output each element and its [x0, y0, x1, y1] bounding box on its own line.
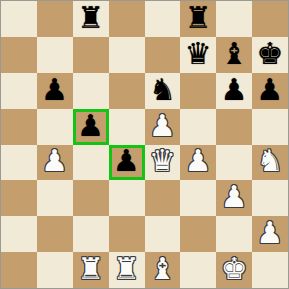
- black-rook[interactable]: ♜: [185, 3, 212, 33]
- square-g5[interactable]: [216, 109, 252, 145]
- black-bishop[interactable]: ♝: [221, 39, 248, 69]
- square-d7[interactable]: [109, 37, 145, 73]
- square-a6[interactable]: [1, 73, 37, 109]
- square-e7[interactable]: [145, 37, 181, 73]
- square-g8[interactable]: [216, 1, 252, 37]
- square-a1[interactable]: [1, 252, 37, 288]
- white-rook[interactable]: ♜: [77, 254, 104, 284]
- square-a8[interactable]: [1, 1, 37, 37]
- square-h1[interactable]: [252, 252, 288, 288]
- square-b4[interactable]: ♟: [37, 145, 73, 181]
- square-e1[interactable]: ♝: [145, 252, 181, 288]
- square-g6[interactable]: ♟: [216, 73, 252, 109]
- square-f8[interactable]: ♜: [180, 1, 216, 37]
- square-f3[interactable]: [180, 180, 216, 216]
- square-a5[interactable]: [1, 109, 37, 145]
- square-h7[interactable]: ♚: [252, 37, 288, 73]
- square-b8[interactable]: [37, 1, 73, 37]
- square-f1[interactable]: [180, 252, 216, 288]
- square-a7[interactable]: [1, 37, 37, 73]
- square-h4[interactable]: ♞: [252, 145, 288, 181]
- square-h3[interactable]: [252, 180, 288, 216]
- square-e2[interactable]: [145, 216, 181, 252]
- square-b7[interactable]: [37, 37, 73, 73]
- square-c8[interactable]: ♜: [73, 1, 109, 37]
- black-pawn[interactable]: ♟: [221, 75, 248, 105]
- white-pawn[interactable]: ♟: [149, 111, 176, 141]
- white-pawn[interactable]: ♟: [41, 146, 68, 176]
- chess-board: ♜♜♛♝♚♟♞♟♟♟♟♟♟♛♟♞♟♟♜♜♝♚: [1, 1, 288, 288]
- square-c2[interactable]: [73, 216, 109, 252]
- square-c5[interactable]: ♟: [73, 109, 109, 145]
- square-h5[interactable]: [252, 109, 288, 145]
- square-c4[interactable]: [73, 145, 109, 181]
- square-a4[interactable]: [1, 145, 37, 181]
- square-c1[interactable]: ♜: [73, 252, 109, 288]
- square-b1[interactable]: [37, 252, 73, 288]
- square-e6[interactable]: ♞: [145, 73, 181, 109]
- white-pawn[interactable]: ♟: [257, 218, 284, 248]
- square-g7[interactable]: ♝: [216, 37, 252, 73]
- square-f2[interactable]: [180, 216, 216, 252]
- black-pawn[interactable]: ♟: [77, 111, 104, 141]
- square-c7[interactable]: [73, 37, 109, 73]
- square-g4[interactable]: [216, 145, 252, 181]
- square-h6[interactable]: ♟: [252, 73, 288, 109]
- square-c3[interactable]: [73, 180, 109, 216]
- square-g3[interactable]: ♟: [216, 180, 252, 216]
- square-g2[interactable]: [216, 216, 252, 252]
- square-g1[interactable]: ♚: [216, 252, 252, 288]
- square-d3[interactable]: [109, 180, 145, 216]
- white-king[interactable]: ♚: [221, 254, 248, 284]
- square-d6[interactable]: [109, 73, 145, 109]
- square-f6[interactable]: [180, 73, 216, 109]
- square-b5[interactable]: [37, 109, 73, 145]
- square-b3[interactable]: [37, 180, 73, 216]
- black-king[interactable]: ♚: [257, 39, 284, 69]
- white-rook[interactable]: ♜: [113, 254, 140, 284]
- square-d2[interactable]: [109, 216, 145, 252]
- square-d5[interactable]: [109, 109, 145, 145]
- white-bishop[interactable]: ♝: [149, 254, 176, 284]
- square-a2[interactable]: [1, 216, 37, 252]
- white-pawn[interactable]: ♟: [221, 182, 248, 212]
- square-f5[interactable]: [180, 109, 216, 145]
- square-f7[interactable]: ♛: [180, 37, 216, 73]
- square-d1[interactable]: ♜: [109, 252, 145, 288]
- square-e8[interactable]: [145, 1, 181, 37]
- black-pawn[interactable]: ♟: [41, 75, 68, 105]
- black-pawn[interactable]: ♟: [257, 75, 284, 105]
- square-d8[interactable]: [109, 1, 145, 37]
- square-c6[interactable]: [73, 73, 109, 109]
- white-pawn[interactable]: ♟: [185, 146, 212, 176]
- black-pawn[interactable]: ♟: [113, 146, 140, 176]
- square-e4[interactable]: ♛: [145, 145, 181, 181]
- white-knight[interactable]: ♞: [257, 146, 284, 176]
- black-rook[interactable]: ♜: [77, 3, 104, 33]
- square-a3[interactable]: [1, 180, 37, 216]
- square-f4[interactable]: ♟: [180, 145, 216, 181]
- square-b6[interactable]: ♟: [37, 73, 73, 109]
- chess-board-frame: ♜♜♛♝♚♟♞♟♟♟♟♟♟♛♟♞♟♟♜♜♝♚: [0, 0, 289, 289]
- white-queen[interactable]: ♛: [149, 146, 176, 176]
- square-e5[interactable]: ♟: [145, 109, 181, 145]
- square-d4[interactable]: ♟: [109, 145, 145, 181]
- black-knight[interactable]: ♞: [149, 75, 176, 105]
- square-b2[interactable]: [37, 216, 73, 252]
- square-e3[interactable]: [145, 180, 181, 216]
- black-queen[interactable]: ♛: [185, 39, 212, 69]
- square-h2[interactable]: ♟: [252, 216, 288, 252]
- square-h8[interactable]: [252, 1, 288, 37]
